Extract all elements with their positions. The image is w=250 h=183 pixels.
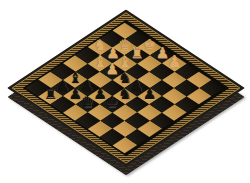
chessboard[interactable]: ♞♜♟♝♝♟♛♟♟♟♝♜♚♛♟♞♟♚♞♟♟♟	[26, 23, 224, 154]
decorative-gold-border: ♞♜♟♝♝♟♛♟♟♟♝♜♚♛♟♞♟♚♞♟♟♟	[11, 12, 240, 163]
board-frame: ♞♜♟♝♝♟♛♟♟♟♝♜♚♛♟♞♟♚♞♟♟♟	[7, 10, 245, 167]
board-top: ♞♜♟♝♝♟♛♟♟♟♝♜♚♛♟♞♟♚♞♟♟♟	[7, 10, 245, 167]
chess-case-board: ♞♜♟♝♝♟♛♟♟♟♝♜♚♛♟♞♟♚♞♟♟♟	[7, 8, 245, 168]
inner-border-line: ♞♜♟♝♝♟♛♟♟♟♝♜♚♛♟♞♟♚♞♟♟♟	[23, 20, 229, 156]
product-photo-scene: ♞♜♟♝♝♟♛♟♟♟♝♜♚♛♟♞♟♚♞♟♟♟	[0, 0, 250, 183]
